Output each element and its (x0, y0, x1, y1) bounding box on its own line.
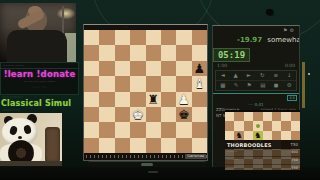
separator-chip: 0.5 (287, 95, 297, 101)
square-h6 (291, 131, 300, 140)
square-g1[interactable] (176, 138, 191, 153)
square-f6[interactable] (161, 61, 176, 76)
square-c6 (244, 131, 253, 140)
square-b3[interactable] (99, 107, 114, 122)
square-e7[interactable] (146, 45, 161, 60)
engine-eval: -19.97 (237, 36, 262, 44)
square-a2[interactable] (84, 122, 99, 137)
square-g7 (281, 121, 290, 130)
square-a3[interactable] (84, 107, 99, 122)
eval-row: -19.97 somewhatun (213, 34, 299, 46)
square-f7 (272, 121, 281, 130)
square-g8 (281, 112, 290, 121)
square-e1[interactable] (146, 138, 161, 153)
square-c8[interactable] (115, 30, 130, 45)
square-d5[interactable] (130, 76, 145, 91)
square-b6[interactable] (99, 61, 114, 76)
square-e5[interactable] (146, 76, 161, 91)
square-d2[interactable] (130, 122, 145, 137)
simul-list-row: ··········750 (225, 157, 300, 165)
banner-subtext-2: ········ ······ (1, 85, 78, 90)
square-f2[interactable] (161, 122, 176, 137)
square-h7[interactable] (192, 45, 207, 60)
square-g6 (281, 131, 290, 140)
simul-banner: ······· ·············· Classical Simul ·… (0, 95, 79, 113)
square-c4[interactable] (115, 92, 130, 107)
square-h3[interactable] (192, 107, 207, 122)
move-strip: Garismaa (84, 153, 207, 160)
chess-board[interactable]: ♟♝♜♟♚♚ (84, 30, 207, 153)
simul-row-name: ·········· (227, 157, 238, 164)
square-e2[interactable] (146, 122, 161, 137)
square-f5[interactable] (161, 76, 176, 91)
square-c5[interactable] (115, 76, 130, 91)
main-board-panel: · ···· ♟♝♜♟♚♚ Garismaa (83, 24, 208, 161)
square-a6[interactable] (84, 61, 99, 76)
simul-subtext: ·············· ···· (0, 108, 79, 112)
edit-icon[interactable]: ✎ (234, 81, 239, 90)
square-e3[interactable] (146, 107, 161, 122)
square-e4[interactable]: ♜ (146, 92, 161, 107)
square-b1[interactable] (99, 138, 114, 153)
toolbar-row-1: ◄▲►↻≡↓ (216, 71, 296, 80)
donate-banner: ·········· ········ !learn !donate ··· ·… (0, 62, 79, 95)
simul-list-row: ·······150 (225, 165, 300, 170)
sub-clock-left: 1:00 (217, 63, 227, 69)
square-d7 (253, 121, 262, 130)
square-e7 (263, 121, 272, 130)
stream-screen: ·········· ········ !learn !donate ··· ·… (0, 0, 320, 180)
square-e6[interactable] (146, 61, 161, 76)
square-a6 (225, 131, 234, 140)
sub-clock-right: 0:00 (285, 63, 295, 69)
square-h8 (291, 112, 300, 121)
menu-icon[interactable]: ≡ (273, 71, 278, 80)
simul-row-score: 900 (291, 149, 298, 156)
square-a5[interactable] (84, 76, 99, 91)
square-g4[interactable]: ♟ (176, 92, 191, 107)
simul-row-score: 750 (291, 157, 298, 164)
square-g3[interactable]: ♚ (176, 107, 191, 122)
square-b8[interactable] (99, 30, 114, 45)
square-c1[interactable] (115, 138, 130, 153)
brown-object (45, 127, 60, 163)
game-clock: 05:19 (213, 48, 250, 62)
square-h2[interactable] (192, 122, 207, 137)
simul-player-list: ·········900··········750·······150 (225, 149, 300, 170)
learn-donate-text: !learn !donate (1, 69, 78, 80)
square-f6 (272, 131, 281, 140)
square-f3[interactable] (161, 107, 176, 122)
square-b4[interactable] (99, 92, 114, 107)
square-b7[interactable] (99, 45, 114, 60)
next-icon[interactable]: ► (247, 71, 251, 80)
square-a7[interactable] (84, 45, 99, 60)
board-icon[interactable]: ▦ (220, 81, 225, 90)
square-a7 (225, 121, 234, 130)
photo-floor (0, 161, 62, 166)
black-king[interactable]: ♚ (176, 107, 191, 122)
white-king[interactable]: ♚ (130, 107, 145, 122)
streamer-body (7, 30, 67, 62)
list-icon[interactable]: ▤ (260, 81, 265, 90)
opponent-name: somewhatun (267, 36, 299, 44)
square-d3[interactable]: ♚ (130, 107, 145, 122)
panda-photo (0, 113, 62, 166)
flag2-icon[interactable]: ⚑ (247, 81, 252, 90)
download-icon[interactable]: ↓ (287, 71, 292, 80)
square-c2[interactable] (115, 122, 130, 137)
square-b2[interactable] (99, 122, 114, 137)
square-d6: ♞ (253, 131, 262, 140)
square-g5[interactable] (176, 76, 191, 91)
simul-list-row: ·········900 (225, 149, 300, 157)
premove-dot (256, 124, 260, 128)
toolbar-row-2: ▦✎⚑▤◼⚙ (216, 80, 296, 90)
prev-icon[interactable]: ◄ (220, 71, 224, 80)
square-g6[interactable] (176, 61, 191, 76)
redo-icon[interactable]: ↻ (260, 71, 265, 80)
square-a8 (225, 112, 234, 121)
square-b6: ♞ (234, 131, 243, 140)
bottom-glow (148, 171, 158, 173)
square-e6 (263, 131, 272, 140)
square-d8[interactable] (130, 30, 145, 45)
square-c7 (244, 121, 253, 130)
square-b7 (234, 121, 243, 130)
square-f1[interactable] (161, 138, 176, 153)
square-d7[interactable] (130, 45, 145, 60)
square-f8 (272, 112, 281, 121)
webcam-panel (0, 3, 76, 62)
simul-player-band: THORBOODLES 750 (225, 140, 300, 149)
square-d6[interactable] (130, 61, 145, 76)
square-d8 (253, 112, 262, 121)
square-h8[interactable] (192, 30, 207, 45)
panel-top-icons: ⚑⚙ (213, 26, 299, 34)
edge-strip (302, 62, 305, 108)
gear-icon[interactable]: ⚙ (290, 27, 296, 33)
sub-clocks: 1:00 0:00 (213, 62, 299, 69)
square-e8 (263, 112, 272, 121)
square-h5[interactable]: ♝ (192, 76, 207, 91)
up-icon[interactable]: ▲ (234, 71, 238, 80)
square-b8 (234, 112, 243, 121)
square-a1[interactable] (84, 138, 99, 153)
simul-player-name: THORBOODLES (227, 142, 272, 148)
square-e8[interactable] (146, 30, 161, 45)
panda-nose (18, 136, 22, 139)
square-g2[interactable] (176, 122, 191, 137)
square-h7 (291, 121, 300, 130)
square-f8[interactable] (161, 30, 176, 45)
simul-player-score: 750 (290, 142, 298, 147)
square-c8 (244, 112, 253, 121)
square-c7[interactable] (115, 45, 130, 60)
black-pawn[interactable]: ♟ (192, 61, 207, 76)
stop-icon[interactable]: ◼ (274, 81, 279, 90)
simul-row-name: ········· (227, 149, 237, 156)
square-d1[interactable] (130, 138, 145, 153)
simul-title: Classical Simul (0, 99, 79, 108)
simul-row-name: ······· (227, 165, 235, 170)
square-c6[interactable] (115, 61, 130, 76)
white-pawn[interactable]: ♟ (176, 92, 191, 107)
square-d4[interactable] (130, 92, 145, 107)
settings-icon[interactable]: ⚙ (287, 81, 292, 90)
square-g8[interactable] (176, 30, 191, 45)
black-knight: ♞ (253, 131, 262, 140)
analysis-toolbox: ◄▲►↻≡↓ ▦✎⚑▤◼⚙ (215, 70, 297, 91)
ceiling-light (57, 8, 75, 19)
edge-dot (308, 73, 310, 75)
square-a8[interactable] (84, 30, 99, 45)
square-c3[interactable] (115, 107, 130, 122)
teal-separator: 0.5 (213, 93, 299, 102)
square-h1[interactable] (192, 138, 207, 153)
square-h6[interactable]: ♟ (192, 61, 207, 76)
mini-board-window: ♞♞ THORBOODLES 750 ·········900·········… (225, 110, 300, 170)
square-b5[interactable] (99, 76, 114, 91)
square-a4[interactable] (84, 92, 99, 107)
square-h4[interactable] (192, 92, 207, 107)
square-f7[interactable] (161, 45, 176, 60)
black-knight: ♞ (234, 131, 243, 140)
player-chip[interactable]: Garismaa (185, 154, 206, 159)
square-g7[interactable] (176, 45, 191, 60)
square-f4[interactable] (161, 92, 176, 107)
white-bishop[interactable]: ♝ (192, 76, 207, 91)
black-rook[interactable]: ♜ (146, 92, 161, 107)
simul-row-score: 150 (291, 165, 298, 170)
seek-handle[interactable] (141, 163, 153, 166)
